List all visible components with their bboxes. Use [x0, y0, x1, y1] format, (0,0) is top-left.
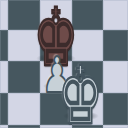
- board-square-c4-r2[interactable]: [103, 61, 128, 93]
- board-square-c1-r3[interactable]: [8, 93, 40, 125]
- board-square-c0-r0[interactable]: [0, 0, 8, 30]
- board-square-c4-r1[interactable]: [103, 30, 128, 61]
- board-square-c1-r4[interactable]: [8, 125, 40, 128]
- board-square-c0-r4[interactable]: [0, 125, 8, 128]
- board-square-c4-r4[interactable]: [103, 125, 128, 128]
- chess-board: ♚♟♚: [0, 0, 128, 128]
- white-king[interactable]: ♚: [58, 56, 103, 128]
- board-square-c4-r0[interactable]: [103, 0, 128, 30]
- board-square-c0-r2[interactable]: [0, 61, 8, 93]
- board-square-c0-r3[interactable]: [0, 93, 8, 125]
- board-square-c0-r1[interactable]: [0, 30, 8, 61]
- board-square-c4-r3[interactable]: [103, 93, 128, 125]
